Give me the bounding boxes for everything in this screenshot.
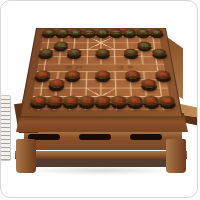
piece-glyph: 砲 [140,43,148,47]
board-scene: 楚河 漢界 車馬象士將士象馬車砲砲卒卒卒卒卒兵兵兵兵兵炮炮車馬相仕帥仕相馬車 [19,28,183,117]
apron-slot [79,134,111,140]
apron-slot [130,134,162,140]
piece-black-soldier-3: 卒 [95,49,109,57]
piece-glyph: 相 [130,98,139,103]
piece-black-soldier-5: 卒 [152,49,167,57]
piece-red-soldier-4: 兵 [125,70,141,79]
piece-glyph: 車 [34,98,44,103]
piece-black-general: 將 [96,29,110,36]
piece-glyph: 將 [99,30,106,34]
piece-black-soldier-2: 卒 [67,49,82,57]
piece-glyph: 車 [152,30,160,34]
piece-black-horse-left: 馬 [55,29,69,36]
piece-glyph: 砲 [57,43,65,47]
piece-glyph: 仕 [114,98,123,103]
piece-red-soldier-1: 兵 [35,70,51,79]
piece-red-soldier-5: 兵 [155,70,171,79]
piece-black-chariot-left: 車 [42,29,56,36]
palace-top-lines [88,36,115,49]
table-leg-left [16,139,36,173]
piece-glyph: 仕 [82,98,91,103]
piece-glyph: 士 [112,30,120,34]
piece-black-advisor-left: 士 [82,29,96,36]
piece-glyph: 帥 [98,98,107,103]
piece-glyph: 卒 [42,50,50,54]
piece-glyph: 卒 [70,50,78,54]
floor-shadow [23,166,179,175]
piece-red-chariot-left: 車 [30,96,47,106]
piece-glyph: 兵 [99,72,107,77]
piece-glyph: 車 [162,98,172,103]
piece-glyph: 卒 [99,50,107,54]
piece-glyph: 象 [125,30,133,34]
piece-red-elephant-left: 相 [62,96,79,106]
piece-black-elephant-right: 象 [122,29,136,36]
table-apron [24,131,182,150]
piece-red-soldier-3: 兵 [95,70,110,79]
piece-red-cannon-right: 炮 [141,79,157,88]
table-leg-right [166,139,186,173]
piece-glyph: 炮 [144,81,153,86]
piece-black-cannon-left: 砲 [54,42,69,49]
piece-glyph: 相 [66,98,75,103]
piece-glyph: 炮 [52,81,61,86]
piece-glyph: 兵 [68,72,77,77]
measuring-tape [1,95,11,161]
river-left-text: 楚河 [65,66,85,70]
base-shadow [27,159,175,167]
piece-glyph: 車 [45,30,53,34]
piece-glyph: 象 [72,30,80,34]
piece-glyph: 卒 [127,50,135,54]
piece-glyph: 兵 [38,72,47,77]
piece-red-elephant-right: 相 [127,96,144,106]
piece-red-advisor-right: 仕 [111,96,127,106]
piece-glyph: 兵 [128,72,137,77]
piece-glyph: 卒 [155,50,164,54]
piece-black-soldier-1: 卒 [38,49,53,57]
piece-black-elephant-left: 象 [69,29,83,36]
board-frame: 楚河 漢界 車馬象士將士象馬車砲砲卒卒卒卒卒兵兵兵兵兵炮炮車馬相仕帥仕相馬車 [19,28,183,117]
piece-glyph: 馬 [58,30,66,34]
piece-red-horse-left: 馬 [46,96,63,106]
stretcher-shelf [15,151,187,159]
piece-red-chariot-right: 車 [158,96,176,106]
piece-black-soldier-4: 卒 [124,49,139,57]
product-photo: 楚河 漢界 車馬象士將士象馬車砲砲卒卒卒卒卒兵兵兵兵兵炮炮車馬相仕帥仕相馬車 [0,0,198,198]
piece-black-advisor-right: 士 [109,29,123,36]
piece-red-general: 帥 [95,96,111,106]
piece-red-horse-right: 馬 [142,96,159,106]
piece-red-advisor-left: 仕 [79,96,95,106]
piece-black-horse-right: 馬 [136,29,150,36]
piece-glyph: 馬 [139,30,147,34]
piece-glyph: 兵 [158,72,167,77]
piece-red-soldier-2: 兵 [65,70,81,79]
piece-glyph: 士 [85,30,93,34]
piece-black-chariot-right: 車 [149,29,163,36]
piece-black-cannon-right: 砲 [137,42,152,49]
piece-glyph: 馬 [50,98,59,103]
piece-glyph: 馬 [146,98,155,103]
board-grid: 楚河 漢界 車馬象士將士象馬車砲砲卒卒卒卒卒兵兵兵兵兵炮炮車馬相仕帥仕相馬車 [30,33,171,110]
piece-red-cannon-left: 炮 [49,79,65,88]
